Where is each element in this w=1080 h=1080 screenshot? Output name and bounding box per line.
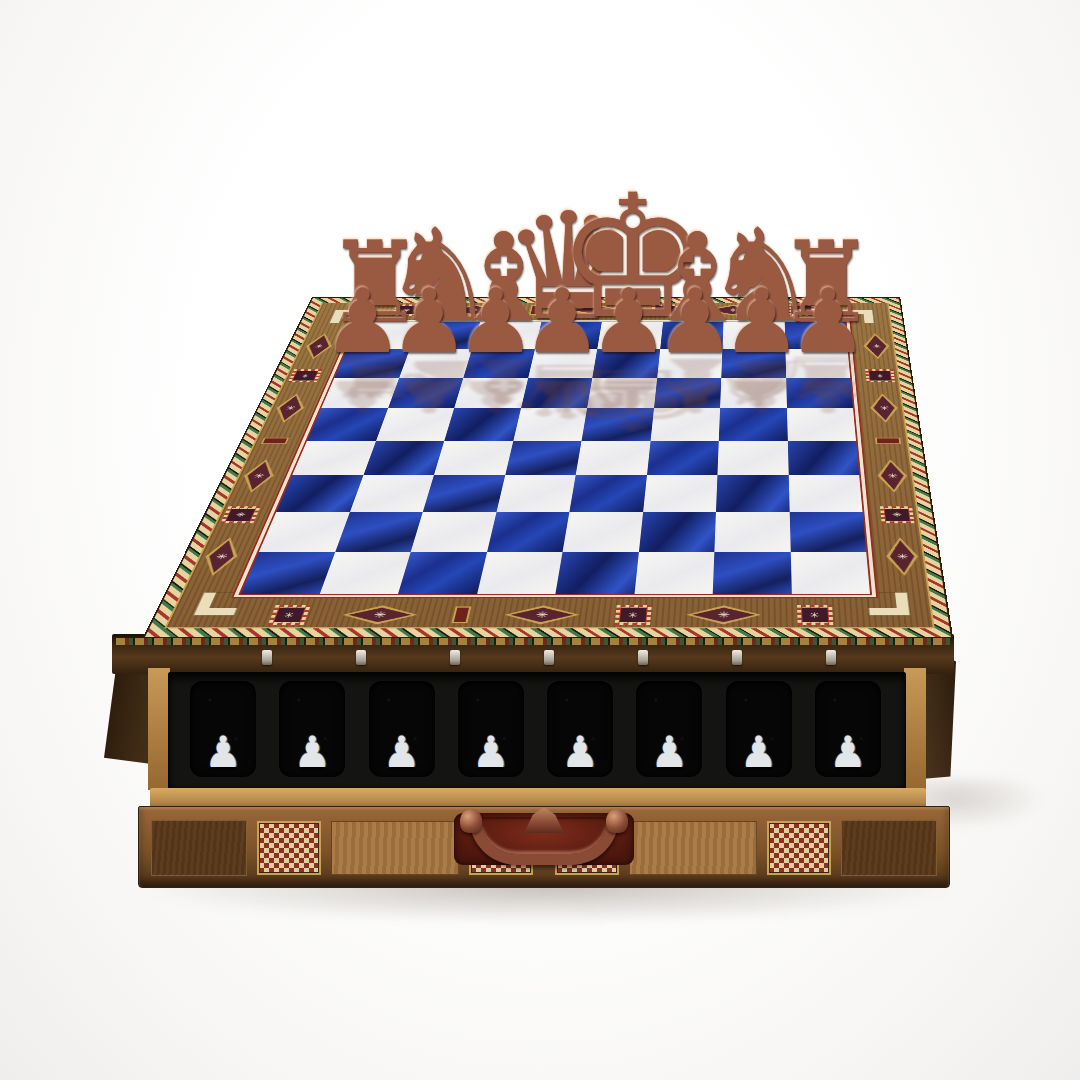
drawer-felt-tray: ♟♟♟♟♟♟♟♟ bbox=[168, 672, 906, 790]
drawer-slot-2: ♟ bbox=[279, 681, 345, 777]
square-h3 bbox=[788, 475, 862, 512]
mosaic-rosette-motif: ✳ bbox=[865, 369, 895, 382]
mosaic-diamond-star: ✳ bbox=[572, 306, 621, 314]
mosaic-diamond-motif: ✳ bbox=[884, 538, 921, 577]
mosaic-rosette-star: ✳ bbox=[655, 306, 675, 314]
square-d3 bbox=[496, 475, 576, 512]
handle-right-knob bbox=[606, 809, 628, 833]
square-f5 bbox=[650, 408, 720, 440]
drawer-mosaic-patch bbox=[257, 821, 321, 875]
square-a5 bbox=[307, 408, 388, 440]
mosaic-diamond-motif: ✳ bbox=[503, 605, 581, 624]
drawer-mosaic-patch bbox=[767, 821, 831, 875]
square-g2 bbox=[714, 512, 790, 551]
mosaic-diamond-motif: ✳ bbox=[236, 459, 281, 492]
square-d1 bbox=[477, 552, 563, 594]
mosaic-diamond-star: ✳ bbox=[201, 541, 240, 573]
drawer-pawn-5: ♟ bbox=[561, 732, 599, 774]
mosaic-diamond-motif: ✳ bbox=[269, 393, 310, 422]
drawer-left-rail bbox=[148, 668, 170, 790]
board-top-surface: ✳✳✳✳✳✳✳✳✳✳✳✳✳✳✳✳✳✳✳✳✳✳✳✳ bbox=[145, 298, 951, 637]
drawer-inlay-wood-right bbox=[629, 821, 757, 875]
mosaic-diamond-star: ✳ bbox=[865, 335, 888, 357]
square-e5 bbox=[582, 408, 654, 440]
square-c7 bbox=[463, 349, 534, 378]
mosaic-diamond-motif: ✳ bbox=[445, 305, 504, 316]
square-e8 bbox=[597, 322, 662, 349]
square-g3 bbox=[716, 475, 789, 512]
mosaic-rosette-motif: ✳ bbox=[614, 605, 651, 625]
mosaic-rosette-motif: ✳ bbox=[651, 304, 679, 315]
square-d7 bbox=[528, 349, 597, 378]
square-f1 bbox=[634, 552, 714, 594]
mosaic-band-bottom: ✳✳✳✳✳✳ bbox=[230, 603, 869, 626]
square-b5 bbox=[376, 408, 454, 440]
mosaic-bar-motif bbox=[451, 606, 471, 623]
square-g8 bbox=[722, 322, 785, 349]
square-c2 bbox=[411, 512, 496, 551]
drawer-clip bbox=[826, 650, 836, 665]
square-a7 bbox=[334, 349, 409, 378]
drawer-clip bbox=[638, 650, 648, 665]
mosaic-diamond-star: ✳ bbox=[304, 335, 334, 357]
square-c6 bbox=[454, 378, 528, 408]
drawer-inlay-wood-left bbox=[331, 821, 459, 875]
drawer-slot-7: ♟ bbox=[726, 681, 792, 777]
square-b7 bbox=[399, 349, 472, 378]
mosaic-rosette-star: ✳ bbox=[801, 608, 827, 623]
square-h2 bbox=[789, 512, 866, 551]
square-f8 bbox=[660, 322, 724, 349]
mosaic-rosette-star: ✳ bbox=[273, 608, 304, 623]
drawer-clip bbox=[356, 650, 366, 665]
square-e7 bbox=[592, 349, 660, 378]
drawer-front-panel bbox=[138, 806, 950, 888]
mosaic-rosette-star: ✳ bbox=[396, 306, 418, 314]
drawer-slot-3: ♟ bbox=[369, 681, 435, 777]
square-c4 bbox=[434, 441, 513, 476]
drawer-pawn-3: ♟ bbox=[383, 732, 421, 774]
mosaic-rosette-star: ✳ bbox=[226, 509, 255, 521]
mosaic-diamond-star: ✳ bbox=[241, 462, 277, 490]
drawer-slot-8: ♟ bbox=[815, 681, 881, 777]
mosaic-diamond-star: ✳ bbox=[692, 608, 755, 623]
square-h4 bbox=[787, 441, 859, 476]
square-a3 bbox=[276, 475, 363, 512]
square-b1 bbox=[319, 552, 410, 594]
drawer-pawn-1: ♟ bbox=[204, 732, 242, 774]
mosaic-diamond-star: ✳ bbox=[879, 462, 905, 490]
mosaic-diamond-motif: ✳ bbox=[300, 333, 338, 359]
drawer-clip bbox=[732, 650, 742, 665]
square-g6 bbox=[720, 378, 786, 408]
square-h7 bbox=[785, 349, 850, 378]
square-h5 bbox=[787, 408, 856, 440]
drawer-slot-1: ♟ bbox=[190, 681, 256, 777]
square-b4 bbox=[363, 441, 444, 476]
drawer-inlay-dark-right bbox=[841, 820, 937, 876]
mosaic-rosette-star: ✳ bbox=[885, 509, 910, 521]
mosaic-rosette-star: ✳ bbox=[619, 608, 646, 623]
square-f6 bbox=[654, 378, 722, 408]
square-g7 bbox=[721, 349, 785, 378]
mosaic-diamond-motif: ✳ bbox=[567, 305, 625, 316]
mosaic-diamond-star: ✳ bbox=[509, 608, 574, 623]
square-f2 bbox=[638, 512, 715, 551]
mosaic-diamond-motif: ✳ bbox=[704, 305, 760, 316]
mosaic-diamond-star: ✳ bbox=[274, 396, 307, 421]
square-c8 bbox=[472, 322, 541, 349]
square-f3 bbox=[643, 475, 718, 512]
mosaic-bar-motif bbox=[261, 437, 289, 444]
mosaic-bar-motif bbox=[529, 305, 543, 314]
mosaic-border-band: ✳✳✳✳✳✳✳✳✳✳✳✳✳✳✳✳✳✳✳✳✳✳✳✳ bbox=[164, 303, 935, 629]
drawer-clip bbox=[262, 650, 272, 665]
mosaic-diamond-star: ✳ bbox=[872, 396, 896, 421]
mosaic-diamond-motif: ✳ bbox=[196, 538, 246, 577]
square-g5 bbox=[719, 408, 788, 440]
mosaic-rosette-motif: ✳ bbox=[288, 369, 322, 382]
drawer-slot-5: ♟ bbox=[547, 681, 613, 777]
drawer-right-rail bbox=[904, 668, 926, 790]
mosaic-rosette-star: ✳ bbox=[869, 371, 891, 380]
mosaic-bar-motif bbox=[875, 437, 901, 444]
mosaic-diamond-star: ✳ bbox=[709, 306, 756, 314]
drawer-inlay-dark-left bbox=[151, 820, 247, 876]
mosaic-diamond-star: ✳ bbox=[346, 608, 413, 623]
drawer-slot-6: ♟ bbox=[636, 681, 702, 777]
mosaic-diamond-motif: ✳ bbox=[339, 605, 420, 624]
drawer-pawn-2: ♟ bbox=[293, 732, 331, 774]
drawer-handle bbox=[444, 807, 644, 887]
drawer-pawn-8: ♟ bbox=[829, 732, 867, 774]
square-b2 bbox=[335, 512, 423, 551]
mosaic-diamond-star: ✳ bbox=[450, 306, 500, 314]
square-h1 bbox=[790, 552, 870, 594]
square-d4 bbox=[505, 441, 582, 476]
square-g1 bbox=[713, 552, 792, 594]
drawer-pawn-7: ♟ bbox=[740, 732, 778, 774]
mosaic-rosette-motif: ✳ bbox=[880, 506, 915, 523]
square-d6 bbox=[521, 378, 593, 408]
drawer-clip bbox=[450, 650, 460, 665]
square-h8 bbox=[784, 322, 847, 349]
mosaic-rosette-star: ✳ bbox=[791, 306, 811, 314]
square-d5 bbox=[513, 408, 587, 440]
mosaic-diamond-motif: ✳ bbox=[869, 393, 900, 422]
square-a8 bbox=[347, 322, 420, 349]
square-e4 bbox=[576, 441, 651, 476]
chess-board bbox=[238, 322, 872, 595]
mosaic-rosette-motif: ✳ bbox=[788, 304, 815, 315]
mosaic-diamond-star: ✳ bbox=[888, 541, 916, 573]
mosaic-diamond-motif: ✳ bbox=[686, 605, 761, 624]
product-photo-scene: ♟♟♟♟♟♟♟♟ ✳✳✳✳✳✳✳✳✳✳✳✳✳✳✳✳✳✳✳✳✳✳✳✳ bbox=[0, 0, 1080, 1080]
mosaic-diamond-motif: ✳ bbox=[876, 459, 910, 492]
square-e1 bbox=[555, 552, 638, 594]
square-d8 bbox=[535, 322, 602, 349]
drawer-pawn-4: ♟ bbox=[472, 732, 510, 774]
mosaic-rosette-motif: ✳ bbox=[220, 506, 260, 523]
mosaic-rosette-star: ✳ bbox=[293, 371, 318, 380]
drawer-top-rim bbox=[150, 788, 926, 808]
square-b8 bbox=[409, 322, 480, 349]
mosaic-rosette-motif: ✳ bbox=[797, 605, 833, 625]
square-e6 bbox=[587, 378, 657, 408]
drawer-pawn-6: ♟ bbox=[650, 732, 688, 774]
mosaic-rosette-motif: ✳ bbox=[391, 304, 422, 315]
square-c5 bbox=[444, 408, 520, 440]
handle-left-knob bbox=[460, 809, 482, 833]
mosaic-rosette-motif: ✳ bbox=[267, 605, 310, 625]
square-a6 bbox=[321, 378, 399, 408]
square-f7 bbox=[657, 349, 723, 378]
square-c3 bbox=[423, 475, 505, 512]
square-b6 bbox=[388, 378, 464, 408]
square-h6 bbox=[786, 378, 853, 408]
drawer-clip bbox=[544, 650, 554, 665]
square-f4 bbox=[647, 441, 719, 476]
drawer-slot-4: ♟ bbox=[458, 681, 524, 777]
square-g4 bbox=[717, 441, 788, 476]
square-b3 bbox=[349, 475, 433, 512]
square-d2 bbox=[487, 512, 570, 551]
square-e2 bbox=[563, 512, 643, 551]
square-e3 bbox=[569, 475, 646, 512]
square-a4 bbox=[292, 441, 376, 476]
mosaic-diamond-motif: ✳ bbox=[862, 333, 891, 359]
mosaic-band-top: ✳✳✳✳✳✳ bbox=[364, 304, 842, 317]
square-c1 bbox=[398, 552, 487, 594]
